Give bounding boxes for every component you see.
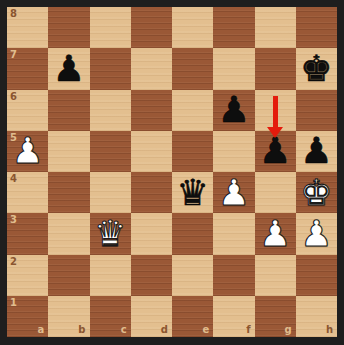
file-label-c: c bbox=[121, 325, 127, 335]
square-h4[interactable]: ♚ bbox=[296, 172, 337, 213]
square-f1[interactable]: f bbox=[213, 296, 254, 337]
square-a1[interactable]: 1a bbox=[7, 296, 48, 337]
square-f4[interactable]: ♟ bbox=[213, 172, 254, 213]
square-c7[interactable] bbox=[90, 48, 131, 89]
rank-label-7: 7 bbox=[10, 50, 17, 60]
square-f6[interactable]: ♟ bbox=[213, 90, 254, 131]
white-king[interactable]: ♚ bbox=[296, 172, 337, 213]
square-e2[interactable] bbox=[172, 255, 213, 296]
square-d5[interactable] bbox=[131, 131, 172, 172]
square-h5[interactable]: ♟ bbox=[296, 131, 337, 172]
square-d2[interactable] bbox=[131, 255, 172, 296]
file-label-e: e bbox=[202, 325, 209, 335]
square-f8[interactable] bbox=[213, 7, 254, 48]
black-pawn[interactable]: ♟ bbox=[48, 48, 89, 89]
square-d6[interactable] bbox=[131, 90, 172, 131]
file-label-a: a bbox=[38, 325, 45, 335]
square-a3[interactable]: 3 bbox=[7, 213, 48, 254]
rank-label-4: 4 bbox=[10, 174, 17, 184]
square-c1[interactable]: c bbox=[90, 296, 131, 337]
square-g1[interactable]: g bbox=[255, 296, 296, 337]
square-c6[interactable] bbox=[90, 90, 131, 131]
white-queen[interactable]: ♛ bbox=[90, 213, 131, 254]
black-pawn[interactable]: ♟ bbox=[296, 131, 337, 172]
square-a8[interactable]: 8 bbox=[7, 7, 48, 48]
square-b7[interactable]: ♟ bbox=[48, 48, 89, 89]
square-a7[interactable]: 7 bbox=[7, 48, 48, 89]
square-b6[interactable] bbox=[48, 90, 89, 131]
square-g5[interactable]: ♟ bbox=[255, 131, 296, 172]
black-pawn[interactable]: ♟ bbox=[255, 131, 296, 172]
square-e7[interactable] bbox=[172, 48, 213, 89]
black-king[interactable]: ♚ bbox=[296, 48, 337, 89]
rank-label-3: 3 bbox=[10, 215, 17, 225]
black-pawn[interactable]: ♟ bbox=[213, 90, 254, 131]
square-h2[interactable] bbox=[296, 255, 337, 296]
square-b4[interactable] bbox=[48, 172, 89, 213]
file-label-f: f bbox=[246, 325, 250, 335]
square-g3[interactable]: ♟ bbox=[255, 213, 296, 254]
rank-label-6: 6 bbox=[10, 92, 17, 102]
square-d7[interactable] bbox=[131, 48, 172, 89]
chess-board: 87♟♚6♟5♟♟♟4♛♟♚3♛♟♟21abcdefgh bbox=[7, 7, 337, 337]
square-g2[interactable] bbox=[255, 255, 296, 296]
square-b3[interactable] bbox=[48, 213, 89, 254]
rank-label-1: 1 bbox=[10, 298, 17, 308]
square-h8[interactable] bbox=[296, 7, 337, 48]
square-h1[interactable]: h bbox=[296, 296, 337, 337]
rank-label-8: 8 bbox=[10, 9, 17, 19]
square-e5[interactable] bbox=[172, 131, 213, 172]
square-d1[interactable]: d bbox=[131, 296, 172, 337]
square-e6[interactable] bbox=[172, 90, 213, 131]
square-c5[interactable] bbox=[90, 131, 131, 172]
file-label-h: h bbox=[326, 325, 333, 335]
square-g8[interactable] bbox=[255, 7, 296, 48]
square-f5[interactable] bbox=[213, 131, 254, 172]
square-c3[interactable]: ♛ bbox=[90, 213, 131, 254]
file-label-b: b bbox=[78, 325, 85, 335]
square-g7[interactable] bbox=[255, 48, 296, 89]
square-c8[interactable] bbox=[90, 7, 131, 48]
square-e4[interactable]: ♛ bbox=[172, 172, 213, 213]
square-f7[interactable] bbox=[213, 48, 254, 89]
black-queen[interactable]: ♛ bbox=[172, 172, 213, 213]
square-e1[interactable]: e bbox=[172, 296, 213, 337]
square-a6[interactable]: 6 bbox=[7, 90, 48, 131]
file-label-g: g bbox=[285, 325, 292, 335]
square-c4[interactable] bbox=[90, 172, 131, 213]
square-b1[interactable]: b bbox=[48, 296, 89, 337]
square-g6[interactable] bbox=[255, 90, 296, 131]
white-pawn[interactable]: ♟ bbox=[7, 131, 48, 172]
square-e8[interactable] bbox=[172, 7, 213, 48]
square-d4[interactable] bbox=[131, 172, 172, 213]
square-f2[interactable] bbox=[213, 255, 254, 296]
square-g4[interactable] bbox=[255, 172, 296, 213]
file-label-d: d bbox=[161, 325, 168, 335]
square-d8[interactable] bbox=[131, 7, 172, 48]
square-h7[interactable]: ♚ bbox=[296, 48, 337, 89]
square-h3[interactable]: ♟ bbox=[296, 213, 337, 254]
chess-board-frame: 87♟♚6♟5♟♟♟4♛♟♚3♛♟♟21abcdefgh bbox=[0, 0, 344, 345]
square-h6[interactable] bbox=[296, 90, 337, 131]
square-b5[interactable] bbox=[48, 131, 89, 172]
square-c2[interactable] bbox=[90, 255, 131, 296]
square-d3[interactable] bbox=[131, 213, 172, 254]
square-b2[interactable] bbox=[48, 255, 89, 296]
white-pawn[interactable]: ♟ bbox=[296, 213, 337, 254]
square-a2[interactable]: 2 bbox=[7, 255, 48, 296]
square-a4[interactable]: 4 bbox=[7, 172, 48, 213]
square-a5[interactable]: 5♟ bbox=[7, 131, 48, 172]
white-pawn[interactable]: ♟ bbox=[213, 172, 254, 213]
rank-label-2: 2 bbox=[10, 257, 17, 267]
square-b8[interactable] bbox=[48, 7, 89, 48]
white-pawn[interactable]: ♟ bbox=[255, 213, 296, 254]
square-f3[interactable] bbox=[213, 213, 254, 254]
square-e3[interactable] bbox=[172, 213, 213, 254]
